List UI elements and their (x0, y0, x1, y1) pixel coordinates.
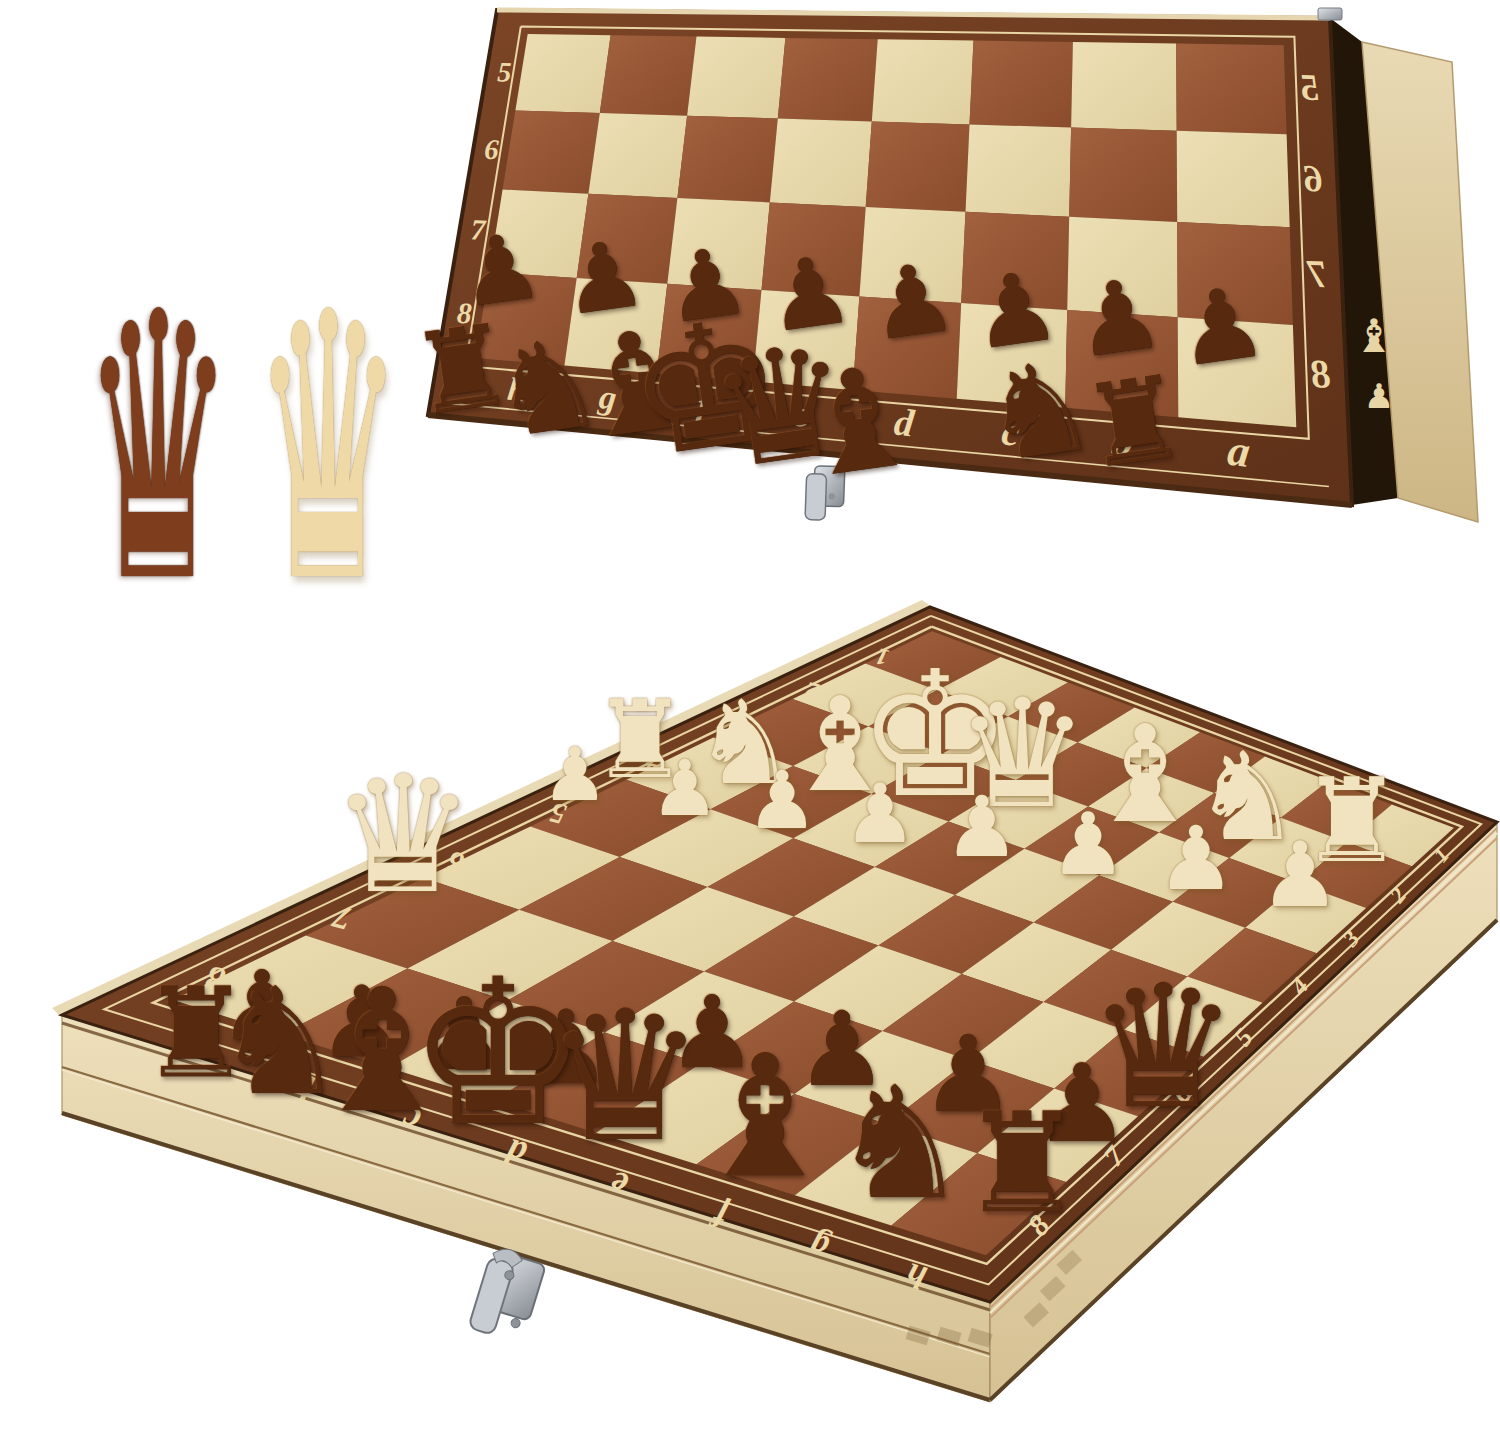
folded-rank-label-left: 5 (497, 56, 512, 87)
folded-square-b7 (1067, 217, 1178, 317)
folded-square-c5 (970, 41, 1073, 128)
folded-square-g7 (577, 194, 678, 284)
folded-square-f8 (657, 284, 762, 382)
boards-illustration: ♝♟55667788hgfedcbaabcdefgh12345678123456… (0, 0, 1500, 1445)
folded-square-a6 (1177, 131, 1290, 228)
folded-square-e5 (778, 38, 878, 122)
open-board: abcdefgh1234567812345678 (52, 600, 1497, 1402)
folded-square-e8 (753, 290, 860, 390)
folded-square-d8 (853, 297, 962, 399)
folded-rank-label-left: 7 (470, 213, 487, 246)
folded-square-g5 (600, 35, 697, 115)
folded-square-b6 (1069, 128, 1177, 222)
folded-square-c6 (966, 124, 1072, 216)
folded-square-e7 (762, 202, 866, 296)
folded-square-a5 (1176, 44, 1286, 135)
folded-square-g6 (588, 113, 687, 198)
folded-square-f5 (687, 37, 785, 119)
folded-square-h7 (489, 190, 588, 278)
folded-square-h6 (503, 110, 600, 193)
folded-rank-label-right: 8 (1310, 351, 1332, 397)
folded-rank-label-right: 6 (1302, 157, 1323, 200)
folded-rank-label-left: 8 (456, 296, 472, 330)
folded-square-e6 (770, 119, 872, 208)
folded-rank-label-right: 5 (1299, 66, 1319, 108)
folded-rank-label-right: 7 (1305, 252, 1327, 296)
folded-square-d7 (859, 207, 965, 303)
product-photo: ♝♟55667788hgfedcbaabcdefgh12345678123456… (0, 0, 1500, 1445)
folded-square-a7 (1177, 222, 1293, 325)
folded-square-b5 (1071, 42, 1177, 131)
folded-board: ♝♟55667788hgfedcba (428, 8, 1478, 522)
folded-square-d5 (872, 39, 974, 124)
folded-board-clasp (805, 465, 845, 520)
folded-square-c8 (957, 303, 1067, 408)
folded-square-f7 (667, 198, 770, 290)
folded-square-d6 (866, 121, 970, 211)
folded-square-a8 (1178, 317, 1297, 427)
folded-square-h5 (515, 34, 610, 113)
folded-board-hinge (1318, 8, 1342, 20)
folded-square-h8 (475, 272, 576, 365)
folded-square-f6 (677, 116, 777, 203)
folded-square-b8 (1065, 310, 1178, 417)
folded-square-g8 (564, 278, 667, 374)
folded-rank-label-left: 6 (484, 133, 500, 166)
folded-square-c7 (961, 212, 1069, 310)
